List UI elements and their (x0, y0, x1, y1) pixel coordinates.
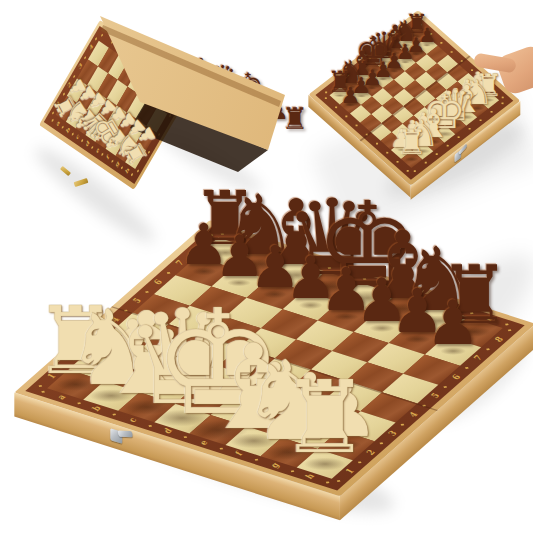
main-board-view: aabbccddeeffgghh1122334455667788 ♜♞♝♛♚♝♞… (0, 0, 533, 533)
piece-black-p-h7: ♟ (425, 292, 480, 353)
piece-white-r-h1: ♜ (280, 367, 370, 467)
product-photo-stage: abcdefgh1234 ♟♟♞♟♝♟♛♞♚♟♜♟♜ ♟♟♟♟♟♟♟♟♜♞♝♛♚… (0, 0, 533, 533)
